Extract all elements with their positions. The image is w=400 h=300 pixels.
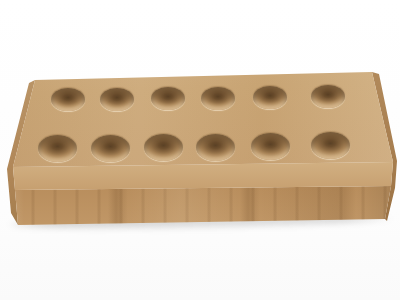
pit-cell-r1-c6 (300, 77, 354, 119)
pit-r2-c5[interactable] (251, 133, 290, 160)
pit-cell-r2-c5 (246, 119, 300, 175)
pit-cell-r2-c6 (300, 119, 354, 175)
pit-cell-r1-c1 (30, 77, 84, 119)
pit-cell-r1-c4 (192, 77, 246, 119)
pit-r1-c1[interactable] (51, 88, 85, 111)
pit-r2-c3[interactable] (144, 134, 183, 161)
mancala-board (0, 0, 400, 300)
pit-cell-r2-c1 (30, 119, 84, 175)
pit-cell-r2-c4 (192, 119, 246, 175)
pit-cell-r2-c2 (84, 119, 138, 175)
pit-r2-c2[interactable] (91, 135, 130, 162)
pit-cell-r1-c3 (138, 77, 192, 119)
pit-cell-r1-c5 (246, 77, 300, 119)
product-photo-stage (0, 0, 400, 300)
pit-r1-c6[interactable] (311, 85, 345, 108)
pit-r1-c3[interactable] (151, 87, 185, 110)
pit-r1-c2[interactable] (100, 88, 134, 111)
pit-grid (30, 77, 354, 175)
pit-r2-c1[interactable] (38, 135, 77, 162)
pit-r1-c4[interactable] (201, 87, 235, 110)
pit-r2-c4[interactable] (196, 134, 235, 161)
pit-r1-c5[interactable] (253, 86, 287, 109)
pit-r2-c6[interactable] (311, 132, 350, 159)
pit-cell-r2-c3 (138, 119, 192, 175)
pit-cell-r1-c2 (84, 77, 138, 119)
